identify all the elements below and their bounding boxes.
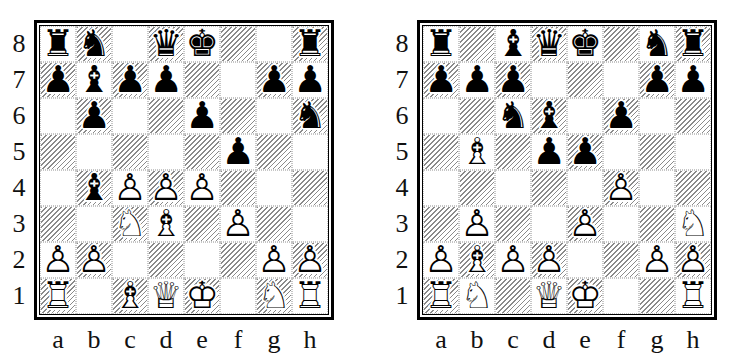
square-f2 [603,242,639,278]
black-pawn-piece: ♟♟ [459,62,495,98]
white-pawn-piece: ♟♙ [495,242,531,278]
square-a8: ♜♜ [40,26,76,62]
square-h4 [292,170,328,206]
black-knight-icon: ♞ [639,26,675,62]
black-rook-icon: ♜ [292,26,328,62]
black-queen-icon: ♛ [148,26,184,62]
file-label-d: d [148,327,184,354]
white-pawn-icon: ♙ [256,242,292,278]
file-label-c: c [112,327,148,354]
square-h6: ♞♞ [292,98,328,134]
square-f4 [220,170,256,206]
black-pawn-piece: ♟♟ [423,62,459,98]
square-b4 [459,170,495,206]
file-label-c: c [495,327,531,354]
square-d3 [531,206,567,242]
square-h4 [675,170,711,206]
white-pawn-icon: ♙ [220,206,256,242]
square-a1: ♜♖ [40,278,76,314]
square-c4 [495,170,531,206]
black-king-icon: ♚ [184,26,220,62]
square-f6 [220,98,256,134]
black-king-icon: ♚ [567,26,603,62]
black-knight-piece: ♞♞ [639,26,675,62]
black-rook-piece: ♜♜ [423,26,459,62]
square-e3: ♟♙ [567,206,603,242]
square-b8: ♞♞ [76,26,112,62]
white-bishop-icon: ♗ [112,278,148,314]
square-a6 [40,98,76,134]
square-d1: ♛♕ [148,278,184,314]
white-rook-piece: ♜♖ [675,278,711,314]
square-b2: ♝♗ [459,242,495,278]
square-b7: ♟♟ [459,62,495,98]
rank-label-1: 1 [387,278,417,314]
black-pawn-icon: ♟ [76,98,112,134]
square-f1 [220,278,256,314]
rank-label-8: 8 [387,26,417,62]
rank-label-1: 1 [4,278,34,314]
black-pawn-piece: ♟♟ [148,62,184,98]
black-knight-piece: ♞♞ [76,26,112,62]
white-knight-icon: ♘ [675,206,711,242]
square-a7: ♟♟ [423,62,459,98]
square-b1: ♞♘ [459,278,495,314]
square-d6: ♝♝ [531,98,567,134]
square-b6 [459,98,495,134]
black-pawn-icon: ♟ [148,62,184,98]
black-pawn-icon: ♟ [603,98,639,134]
white-pawn-icon: ♙ [148,170,184,206]
white-pawn-piece: ♟♙ [256,242,292,278]
black-bishop-icon: ♝ [76,62,112,98]
black-bishop-icon: ♝ [531,98,567,134]
square-e4: ♟♙ [184,170,220,206]
square-g5 [639,134,675,170]
black-pawn-piece: ♟♟ [639,62,675,98]
square-h3 [292,206,328,242]
white-rook-icon: ♖ [675,278,711,314]
square-b5: ♝♗ [459,134,495,170]
rank-label-5: 5 [387,134,417,170]
square-a4 [40,170,76,206]
white-rook-piece: ♜♖ [292,278,328,314]
black-pawn-icon: ♟ [675,62,711,98]
square-g8 [256,26,292,62]
black-king-piece: ♚♚ [184,26,220,62]
black-pawn-icon: ♟ [495,62,531,98]
square-c8: ♝♝ [495,26,531,62]
black-queen-icon: ♛ [531,26,567,62]
square-e8: ♚♚ [567,26,603,62]
black-bishop-icon: ♝ [495,26,531,62]
square-a3 [40,206,76,242]
white-queen-piece: ♛♕ [531,278,567,314]
white-queen-icon: ♕ [148,278,184,314]
black-pawn-piece: ♟♟ [112,62,148,98]
square-c6 [112,98,148,134]
white-rook-piece: ♜♖ [40,278,76,314]
white-pawn-icon: ♙ [76,242,112,278]
square-g3 [256,206,292,242]
square-a8: ♜♜ [423,26,459,62]
white-pawn-piece: ♟♙ [40,242,76,278]
black-pawn-piece: ♟♟ [40,62,76,98]
square-b2: ♟♙ [76,242,112,278]
black-pawn-piece: ♟♟ [567,134,603,170]
square-e5 [184,134,220,170]
square-g6 [256,98,292,134]
black-pawn-icon: ♟ [292,62,328,98]
square-g5 [256,134,292,170]
square-d7: ♟♟ [148,62,184,98]
square-a3 [423,206,459,242]
square-f3 [603,206,639,242]
white-pawn-icon: ♙ [531,242,567,278]
square-e1: ♚♔ [184,278,220,314]
rank-label-3: 3 [387,206,417,242]
black-rook-icon: ♜ [40,26,76,62]
square-g7: ♟♟ [639,62,675,98]
white-pawn-piece: ♟♙ [112,170,148,206]
square-b6: ♟♟ [76,98,112,134]
square-h2: ♟♙ [675,242,711,278]
square-d5 [148,134,184,170]
black-knight-icon: ♞ [495,98,531,134]
square-h7: ♟♟ [675,62,711,98]
white-pawn-piece: ♟♙ [148,170,184,206]
file-label-a: a [40,327,76,354]
square-f2 [220,242,256,278]
square-g7: ♟♟ [256,62,292,98]
white-knight-piece: ♞♘ [112,206,148,242]
rank-labels: 87654321 [4,20,34,320]
square-b8 [459,26,495,62]
white-bishop-piece: ♝♗ [459,134,495,170]
square-b1 [76,278,112,314]
white-pawn-piece: ♟♙ [292,242,328,278]
black-queen-piece: ♛♛ [531,26,567,62]
square-c1: ♝♗ [112,278,148,314]
black-knight-icon: ♞ [76,26,112,62]
board-border: ♜♜♝♝♛♛♚♚♞♞♜♜♟♟♟♟♟♟♟♟♟♟♞♞♝♝♟♟♝♗♟♟♟♟♟♙♟♙♟♙… [417,20,717,320]
black-pawn-icon: ♟ [256,62,292,98]
white-pawn-piece: ♟♙ [184,170,220,206]
board-grid: ♜♜♝♝♛♛♚♚♞♞♜♜♟♟♟♟♟♟♟♟♟♟♞♞♝♝♟♟♝♗♟♟♟♟♟♙♟♙♟♙… [422,25,712,315]
square-g3 [639,206,675,242]
square-c6: ♞♞ [495,98,531,134]
white-bishop-icon: ♗ [148,206,184,242]
black-bishop-icon: ♝ [76,170,112,206]
white-pawn-piece: ♟♙ [459,206,495,242]
black-pawn-piece: ♟♟ [675,62,711,98]
chess-diagram-right: 87654321 ♜♜♝♝♛♛♚♚♞♞♜♜♟♟♟♟♟♟♟♟♟♟♞♞♝♝♟♟♝♗♟… [387,20,717,354]
file-label-e: e [184,327,220,354]
square-d5: ♟♟ [531,134,567,170]
white-queen-piece: ♛♕ [148,278,184,314]
rank-labels: 87654321 [387,20,417,320]
black-pawn-icon: ♟ [567,134,603,170]
file-label-f: f [603,327,639,354]
square-c3 [495,206,531,242]
square-c7: ♟♟ [112,62,148,98]
white-king-icon: ♔ [184,278,220,314]
white-knight-icon: ♘ [256,278,292,314]
white-pawn-piece: ♟♙ [423,242,459,278]
square-h8: ♜♜ [292,26,328,62]
square-e7 [567,62,603,98]
black-pawn-icon: ♟ [40,62,76,98]
white-king-icon: ♔ [567,278,603,314]
square-a2: ♟♙ [423,242,459,278]
square-c2: ♟♙ [495,242,531,278]
rank-label-4: 4 [387,170,417,206]
file-label-g: g [256,327,292,354]
square-c3: ♞♘ [112,206,148,242]
black-pawn-icon: ♟ [459,62,495,98]
rank-label-4: 4 [4,170,34,206]
white-pawn-piece: ♟♙ [603,170,639,206]
square-e2 [567,242,603,278]
black-pawn-piece: ♟♟ [184,98,220,134]
square-d1: ♛♕ [531,278,567,314]
square-c7: ♟♟ [495,62,531,98]
square-b7: ♝♝ [76,62,112,98]
square-h8: ♜♜ [675,26,711,62]
square-e1: ♚♔ [567,278,603,314]
board-border: ♜♜♞♞♛♛♚♚♜♜♟♟♝♝♟♟♟♟♟♟♟♟♟♟♟♟♞♞♟♟♝♝♟♙♟♙♟♙♞♘… [34,20,334,320]
square-g1: ♞♘ [256,278,292,314]
black-pawn-icon: ♟ [531,134,567,170]
square-c5 [495,134,531,170]
rank-label-5: 5 [4,134,34,170]
square-e2 [184,242,220,278]
file-label-b: b [76,327,112,354]
rank-label-2: 2 [387,242,417,278]
square-h7: ♟♟ [292,62,328,98]
white-pawn-piece: ♟♙ [567,206,603,242]
square-e8: ♚♚ [184,26,220,62]
square-d6 [148,98,184,134]
black-knight-piece: ♞♞ [292,98,328,134]
white-pawn-icon: ♙ [675,242,711,278]
white-pawn-icon: ♙ [603,170,639,206]
rank-label-3: 3 [4,206,34,242]
square-d4: ♟♙ [148,170,184,206]
square-a2: ♟♙ [40,242,76,278]
square-g2: ♟♙ [256,242,292,278]
file-label-b: b [459,327,495,354]
file-label-d: d [531,327,567,354]
white-bishop-icon: ♗ [459,242,495,278]
rank-label-6: 6 [387,98,417,134]
square-c1 [495,278,531,314]
square-g8: ♞♞ [639,26,675,62]
white-knight-piece: ♞♘ [256,278,292,314]
square-h6 [675,98,711,134]
black-pawn-piece: ♟♟ [603,98,639,134]
black-pawn-piece: ♟♟ [495,62,531,98]
file-labels: abcdefgh [34,327,334,354]
square-f3: ♟♙ [220,206,256,242]
file-label-h: h [292,327,328,354]
white-bishop-piece: ♝♗ [112,278,148,314]
white-bishop-piece: ♝♗ [459,242,495,278]
square-f8 [603,26,639,62]
square-h1: ♜♖ [675,278,711,314]
file-label-e: e [567,327,603,354]
square-f4: ♟♙ [603,170,639,206]
black-king-piece: ♚♚ [567,26,603,62]
board-grid: ♜♜♞♞♛♛♚♚♜♜♟♟♝♝♟♟♟♟♟♟♟♟♟♟♟♟♞♞♟♟♝♝♟♙♟♙♟♙♞♘… [39,25,329,315]
black-bishop-piece: ♝♝ [76,62,112,98]
rank-label-7: 7 [387,62,417,98]
white-rook-piece: ♜♖ [423,278,459,314]
white-bishop-icon: ♗ [459,134,495,170]
rank-label-2: 2 [4,242,34,278]
white-rook-icon: ♖ [423,278,459,314]
square-b3: ♟♙ [459,206,495,242]
square-a5 [423,134,459,170]
white-knight-piece: ♞♘ [459,278,495,314]
rank-label-7: 7 [4,62,34,98]
white-pawn-piece: ♟♙ [675,242,711,278]
square-h2: ♟♙ [292,242,328,278]
black-bishop-piece: ♝♝ [76,170,112,206]
square-d8: ♛♛ [531,26,567,62]
square-g4 [639,170,675,206]
white-pawn-icon: ♙ [423,242,459,278]
square-h3: ♞♘ [675,206,711,242]
black-pawn-icon: ♟ [639,62,675,98]
square-f7 [220,62,256,98]
black-pawn-icon: ♟ [184,98,220,134]
white-pawn-piece: ♟♙ [220,206,256,242]
square-b4: ♝♝ [76,170,112,206]
square-d4 [531,170,567,206]
square-b3 [76,206,112,242]
square-f5: ♟♟ [220,134,256,170]
square-d2 [148,242,184,278]
white-rook-icon: ♖ [292,278,328,314]
square-e6: ♟♟ [184,98,220,134]
square-h5 [675,134,711,170]
white-pawn-piece: ♟♙ [76,242,112,278]
black-pawn-piece: ♟♟ [531,134,567,170]
black-queen-piece: ♛♛ [148,26,184,62]
black-pawn-piece: ♟♟ [292,62,328,98]
square-d2: ♟♙ [531,242,567,278]
square-g1 [639,278,675,314]
black-pawn-icon: ♟ [112,62,148,98]
square-g4 [256,170,292,206]
square-d3: ♝♗ [148,206,184,242]
square-c2 [112,242,148,278]
white-rook-icon: ♖ [40,278,76,314]
black-bishop-piece: ♝♝ [495,26,531,62]
black-pawn-icon: ♟ [423,62,459,98]
square-d8: ♛♛ [148,26,184,62]
square-f5 [603,134,639,170]
square-a1: ♜♖ [423,278,459,314]
black-knight-piece: ♞♞ [495,98,531,134]
white-pawn-icon: ♙ [40,242,76,278]
white-queen-icon: ♕ [531,278,567,314]
white-pawn-icon: ♙ [567,206,603,242]
white-pawn-piece: ♟♙ [639,242,675,278]
square-h5 [292,134,328,170]
white-king-piece: ♚♔ [567,278,603,314]
rank-label-6: 6 [4,98,34,134]
black-bishop-piece: ♝♝ [531,98,567,134]
white-pawn-icon: ♙ [292,242,328,278]
white-pawn-piece: ♟♙ [531,242,567,278]
white-knight-icon: ♘ [112,206,148,242]
square-f8 [220,26,256,62]
square-e6 [567,98,603,134]
square-e5: ♟♟ [567,134,603,170]
white-pawn-icon: ♙ [459,206,495,242]
white-king-piece: ♚♔ [184,278,220,314]
rank-label-8: 8 [4,26,34,62]
file-label-f: f [220,327,256,354]
white-knight-icon: ♘ [459,278,495,314]
square-a6 [423,98,459,134]
white-knight-piece: ♞♘ [675,206,711,242]
square-f7 [603,62,639,98]
black-rook-icon: ♜ [675,26,711,62]
black-rook-piece: ♜♜ [40,26,76,62]
file-labels: abcdefgh [417,327,717,354]
square-e7 [184,62,220,98]
black-rook-piece: ♜♜ [292,26,328,62]
chess-diagram-left: 87654321 ♜♜♞♞♛♛♚♚♜♜♟♟♝♝♟♟♟♟♟♟♟♟♟♟♟♟♞♞♟♟♝… [4,20,334,354]
black-pawn-piece: ♟♟ [220,134,256,170]
square-b5 [76,134,112,170]
white-pawn-icon: ♙ [639,242,675,278]
square-a5 [40,134,76,170]
square-e4 [567,170,603,206]
square-e3 [184,206,220,242]
black-rook-piece: ♜♜ [675,26,711,62]
square-h1: ♜♖ [292,278,328,314]
black-knight-icon: ♞ [292,98,328,134]
square-c4: ♟♙ [112,170,148,206]
square-c8 [112,26,148,62]
file-label-a: a [423,327,459,354]
file-label-g: g [639,327,675,354]
black-rook-icon: ♜ [423,26,459,62]
white-pawn-icon: ♙ [112,170,148,206]
black-pawn-piece: ♟♟ [76,98,112,134]
diagram-page: 87654321 ♜♜♞♞♛♛♚♚♜♜♟♟♝♝♟♟♟♟♟♟♟♟♟♟♟♟♞♞♟♟♝… [0,0,741,362]
square-a4 [423,170,459,206]
square-d7 [531,62,567,98]
black-pawn-icon: ♟ [220,134,256,170]
square-a7: ♟♟ [40,62,76,98]
black-pawn-piece: ♟♟ [256,62,292,98]
white-pawn-icon: ♙ [495,242,531,278]
square-c5 [112,134,148,170]
square-g2: ♟♙ [639,242,675,278]
file-label-h: h [675,327,711,354]
white-bishop-piece: ♝♗ [148,206,184,242]
white-pawn-icon: ♙ [184,170,220,206]
square-f6: ♟♟ [603,98,639,134]
square-f1 [603,278,639,314]
square-g6 [639,98,675,134]
